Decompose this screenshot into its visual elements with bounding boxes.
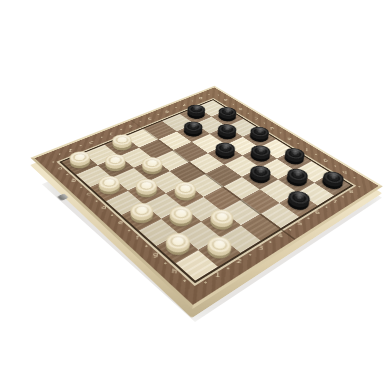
file-label-e: e — [118, 220, 124, 226]
inlay-dot-icon — [268, 241, 272, 244]
inlay-dot-icon — [232, 103, 235, 104]
inlay-dot-icon — [307, 217, 311, 219]
rank-label-4-far: 4 — [128, 124, 133, 128]
inlay-dot-icon — [120, 129, 123, 131]
inlay-dot-icon — [100, 136, 103, 138]
rank-label-8-far: 8 — [199, 96, 203, 99]
file-label-c-far: c — [255, 116, 259, 119]
rank-label-6-far: 6 — [165, 109, 169, 112]
inlay-dot-icon — [157, 114, 160, 116]
file-label-d: d — [101, 205, 107, 210]
rank-label-4: 4 — [277, 233, 282, 239]
inlay-dot-icon — [80, 186, 84, 188]
file-label-g-far: g — [323, 158, 328, 162]
inlay-dot-icon — [191, 100, 194, 101]
rank-label-2: 2 — [236, 258, 241, 264]
checker-piece-white-a1[interactable] — [62, 153, 98, 174]
rank-label-5-far: 5 — [147, 116, 152, 120]
inlay-dot-icon — [183, 279, 187, 282]
inlay-dot-icon — [297, 143, 300, 145]
inlay-dot-icon — [95, 200, 99, 202]
inlay-dot-icon — [174, 107, 177, 109]
rank-label-7: 7 — [332, 199, 338, 204]
inlay-dot-icon — [226, 267, 230, 270]
file-label-f-far: f — [306, 147, 309, 151]
rank-label-3: 3 — [257, 245, 262, 251]
file-label-c: c — [86, 192, 92, 197]
inlay-dot-icon — [315, 154, 318, 156]
inlay-dot-icon — [353, 177, 356, 179]
inlay-dot-icon — [127, 229, 131, 232]
inlay-dot-icon — [207, 94, 210, 95]
rank-label-6: 6 — [315, 210, 321, 215]
inlay-dot-icon — [66, 173, 69, 175]
inlay-dot-icon — [279, 132, 282, 134]
file-label-f: f — [136, 235, 140, 241]
rank-label-2-far: 2 — [88, 139, 94, 143]
rank-label-7-far: 7 — [182, 103, 186, 106]
inlay-dot-icon — [52, 161, 55, 163]
rank-label-1-far: 1 — [67, 148, 73, 152]
file-label-a-far: a — [224, 98, 228, 101]
file-label-d-far: d — [270, 126, 274, 130]
rank-label-1: 1 — [214, 272, 220, 279]
product-photo-stage: aa11bb22cc33dd44ee55ff66gg77hh88 — [0, 0, 390, 390]
board-field — [59, 99, 353, 283]
inlay-dot-icon — [248, 253, 252, 256]
inlay-dot-icon — [217, 94, 220, 95]
file-label-h: h — [172, 269, 178, 276]
rank-label-5: 5 — [296, 221, 301, 226]
board-frame: aa11bb22cc33dd44ee55ff66gg77hh88 — [31, 86, 383, 309]
file-label-a: a — [57, 166, 63, 171]
file-label-e-far: e — [287, 136, 291, 140]
inlay-dot-icon — [163, 262, 167, 265]
board-scene: aa11bb22cc33dd44ee55ff66gg77hh88 — [31, 86, 383, 309]
inlay-dot-icon — [58, 153, 61, 155]
inlay-dot-icon — [145, 245, 149, 248]
inlay-dot-icon — [79, 145, 82, 147]
rank-label-3-far: 3 — [109, 131, 114, 135]
file-label-g: g — [153, 251, 159, 257]
inlay-dot-icon — [247, 113, 250, 115]
rank-label-8: 8 — [348, 189, 354, 194]
file-label-h-far: h — [342, 170, 347, 174]
inlay-dot-icon — [139, 121, 142, 123]
inlay-dot-icon — [334, 165, 337, 167]
inlay-dot-icon — [111, 214, 115, 216]
inlay-dot-icon — [357, 186, 360, 188]
inlay-dot-icon — [341, 196, 344, 198]
checkers-board: aa11bb22cc33dd44ee55ff66gg77hh88 — [31, 86, 383, 309]
inlay-dot-icon — [288, 228, 292, 231]
inlay-dot-icon — [203, 281, 207, 284]
file-label-b: b — [71, 178, 77, 183]
inlay-dot-icon — [324, 206, 328, 208]
file-label-b-far: b — [239, 107, 243, 110]
inlay-dot-icon — [263, 122, 266, 124]
